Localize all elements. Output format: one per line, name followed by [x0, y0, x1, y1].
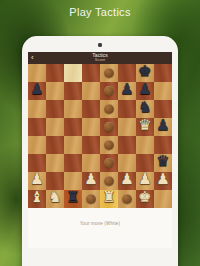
- piece-white-rook: ♜: [100, 188, 118, 206]
- piece-white-pawn: ♟: [118, 170, 136, 188]
- square-d4[interactable]: [82, 136, 100, 154]
- square-d5[interactable]: [82, 118, 100, 136]
- square-g5[interactable]: ♛: [136, 118, 154, 136]
- square-c1[interactable]: ♜: [64, 190, 82, 208]
- square-b3[interactable]: [46, 154, 64, 172]
- square-e1[interactable]: ♜: [100, 190, 118, 208]
- piece-white-pawn: ♟: [82, 170, 100, 188]
- square-b4[interactable]: [46, 136, 64, 154]
- move-dot-e6[interactable]: [104, 104, 114, 114]
- square-h1[interactable]: [154, 190, 172, 208]
- square-a1[interactable]: ♝: [28, 190, 46, 208]
- move-dot-d1[interactable]: [86, 194, 96, 204]
- square-f7[interactable]: ♟: [118, 82, 136, 100]
- square-d2[interactable]: ♟: [82, 172, 100, 190]
- square-h5[interactable]: ♟: [154, 118, 172, 136]
- square-c5[interactable]: [64, 118, 82, 136]
- square-f6[interactable]: [118, 100, 136, 118]
- piece-white-king: ♚: [136, 188, 154, 206]
- move-dot-e5[interactable]: [104, 122, 114, 132]
- square-d6[interactable]: [82, 100, 100, 118]
- square-b1[interactable]: ♞: [46, 190, 64, 208]
- square-a4[interactable]: [28, 136, 46, 154]
- status-bar: Your move (White): [28, 208, 172, 248]
- piece-white-queen: ♛: [136, 116, 154, 134]
- square-a5[interactable]: [28, 118, 46, 136]
- piece-white-bishop: ♝: [28, 188, 46, 206]
- square-h8[interactable]: [154, 64, 172, 82]
- square-g1[interactable]: ♚: [136, 190, 154, 208]
- move-dot-e3[interactable]: [104, 158, 114, 168]
- piece-black-king: ♚: [136, 62, 154, 80]
- square-f2[interactable]: ♟: [118, 172, 136, 190]
- square-b7[interactable]: [46, 82, 64, 100]
- camera-icon: [98, 43, 102, 47]
- move-dot-e4[interactable]: [104, 140, 114, 150]
- app-screen: ‹ Tactics Score ♚♟♟♟♞♛♟♛♟♟♟♟♟♝♞♜♜♚ Your …: [28, 52, 172, 248]
- piece-black-pawn: ♟: [154, 116, 172, 134]
- square-e4[interactable]: [100, 136, 118, 154]
- piece-white-pawn: ♟: [154, 170, 172, 188]
- piece-black-pawn: ♟: [118, 80, 136, 98]
- square-a7[interactable]: ♟: [28, 82, 46, 100]
- piece-white-pawn: ♟: [136, 170, 154, 188]
- piece-white-knight: ♞: [46, 188, 64, 206]
- square-c8[interactable]: [64, 64, 82, 82]
- square-d7[interactable]: [82, 82, 100, 100]
- piece-black-queen: ♛: [154, 152, 172, 170]
- square-e7[interactable]: [100, 82, 118, 100]
- square-b8[interactable]: [46, 64, 64, 82]
- square-e5[interactable]: [100, 118, 118, 136]
- square-c6[interactable]: [64, 100, 82, 118]
- chess-board[interactable]: ♚♟♟♟♞♛♟♛♟♟♟♟♟♝♞♜♜♚: [28, 64, 172, 208]
- piece-black-knight: ♞: [136, 98, 154, 116]
- piece-black-rook: ♜: [64, 188, 82, 206]
- square-c3[interactable]: [64, 154, 82, 172]
- move-dot-e7[interactable]: [104, 86, 114, 96]
- square-e3[interactable]: [100, 154, 118, 172]
- square-b6[interactable]: [46, 100, 64, 118]
- move-status-text: Your move (White): [28, 221, 172, 226]
- square-h7[interactable]: [154, 82, 172, 100]
- square-f1[interactable]: [118, 190, 136, 208]
- piece-white-pawn: ♟: [28, 170, 46, 188]
- square-c7[interactable]: [64, 82, 82, 100]
- square-c4[interactable]: [64, 136, 82, 154]
- move-dot-e8[interactable]: [104, 68, 114, 78]
- square-f5[interactable]: [118, 118, 136, 136]
- piece-black-pawn: ♟: [28, 80, 46, 98]
- square-a6[interactable]: [28, 100, 46, 118]
- move-dot-f1[interactable]: [122, 194, 132, 204]
- square-h2[interactable]: ♟: [154, 172, 172, 190]
- piece-black-pawn: ♟: [136, 80, 154, 98]
- square-d1[interactable]: [82, 190, 100, 208]
- tablet-frame: ‹ Tactics Score ♚♟♟♟♞♛♟♛♟♟♟♟♟♝♞♜♜♚ Your …: [22, 36, 178, 266]
- square-f4[interactable]: [118, 136, 136, 154]
- square-b5[interactable]: [46, 118, 64, 136]
- square-e6[interactable]: [100, 100, 118, 118]
- square-d8[interactable]: [82, 64, 100, 82]
- page-title: Play Tactics: [0, 6, 200, 18]
- move-dot-e2[interactable]: [104, 176, 114, 186]
- square-e8[interactable]: [100, 64, 118, 82]
- square-g4[interactable]: [136, 136, 154, 154]
